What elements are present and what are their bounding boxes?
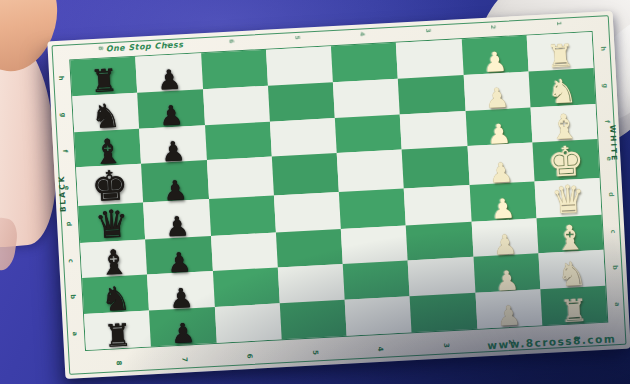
square-g2: ♟	[463, 71, 530, 110]
square-h1: ♜	[526, 32, 593, 71]
photo-scene: One Stop Chess www.8cross8.com BLACK WHI…	[0, 0, 630, 384]
square-g6	[203, 86, 270, 125]
square-d3	[404, 185, 471, 225]
square-b3	[408, 257, 475, 296]
piece-white-queen: ♛	[550, 181, 586, 219]
piece-white-rook: ♜	[559, 295, 588, 326]
square-h8: ♜	[70, 57, 137, 96]
square-h7: ♟	[135, 53, 202, 92]
piece-black-pawn: ♟	[168, 285, 194, 312]
piece-black-bishop: ♝	[98, 246, 130, 280]
square-a4	[345, 296, 412, 335]
piece-black-pawn: ♟	[160, 138, 186, 165]
piece-white-pawn: ♟	[496, 303, 522, 330]
piece-black-pawn: ♟	[165, 213, 191, 240]
piece-black-pawn: ♟	[157, 67, 183, 94]
square-f3	[400, 111, 467, 150]
square-g5	[268, 82, 335, 121]
square-a1: ♜	[540, 286, 607, 325]
square-f1: ♝	[530, 104, 597, 143]
piece-black-knight: ♞	[90, 100, 121, 133]
square-g3	[398, 75, 465, 114]
square-c2: ♟	[471, 218, 538, 257]
square-e4	[337, 150, 404, 192]
square-e8: ♚	[76, 164, 143, 206]
square-e6	[206, 157, 273, 199]
piece-white-pawn: ♟	[488, 159, 514, 186]
square-h2: ♟	[461, 36, 528, 75]
square-e7: ♟	[141, 161, 208, 203]
piece-black-rook: ♜	[89, 66, 118, 97]
square-a6	[214, 304, 281, 343]
square-e2: ♟	[467, 143, 534, 185]
square-e1: ♚	[532, 139, 599, 181]
square-h3	[396, 39, 463, 78]
square-d6	[209, 196, 276, 236]
square-c6	[211, 232, 278, 271]
square-h5	[266, 46, 333, 85]
square-c8: ♝	[80, 239, 147, 278]
square-g4	[333, 78, 400, 117]
square-b1: ♞	[538, 250, 605, 289]
square-d5	[274, 192, 341, 232]
square-d4	[339, 189, 406, 229]
square-b4	[343, 261, 410, 300]
square-c5	[276, 228, 343, 267]
square-g8: ♞	[72, 93, 139, 132]
piece-white-knight: ♞	[556, 258, 587, 291]
piece-black-pawn: ♟	[170, 320, 196, 347]
square-e3	[402, 146, 469, 188]
piece-black-knight: ♞	[100, 282, 131, 315]
square-f6	[205, 121, 272, 160]
square-a5	[280, 300, 347, 339]
chess-board: One Stop Chess www.8cross8.com BLACK WHI…	[47, 11, 630, 379]
square-c1: ♝	[536, 214, 603, 253]
square-a2: ♟	[475, 289, 542, 328]
piece-black-pawn: ♟	[163, 177, 189, 204]
piece-black-pawn: ♟	[159, 102, 185, 129]
square-d1: ♛	[534, 178, 601, 218]
square-h4	[331, 43, 398, 82]
square-f5	[270, 118, 337, 157]
square-b5	[278, 264, 345, 303]
square-e5	[272, 154, 339, 196]
piece-black-queen: ♛	[94, 206, 130, 244]
piece-white-pawn: ♟	[492, 231, 518, 258]
piece-white-pawn: ♟	[484, 85, 510, 112]
square-g1: ♞	[528, 68, 595, 107]
square-f4	[335, 114, 402, 153]
board-grid: ♜♟♟♜♞♟♟♞♝♟♟♝♚♟♟♚♛♟♟♛♝♟♟♝♞♟♟♞♜♟♟♜	[69, 31, 608, 351]
piece-white-bishop: ♝	[554, 221, 586, 255]
square-h6	[201, 50, 268, 89]
square-c3	[406, 221, 473, 260]
piece-white-rook: ♜	[546, 41, 575, 72]
piece-black-king: ♚	[90, 167, 129, 208]
square-c4	[341, 225, 408, 264]
square-a3	[410, 293, 477, 332]
square-a8: ♜	[84, 311, 151, 350]
piece-black-rook: ♜	[103, 320, 132, 351]
square-b6	[212, 268, 279, 307]
piece-black-pawn: ♟	[166, 249, 192, 276]
piece-white-knight: ♞	[546, 75, 577, 108]
